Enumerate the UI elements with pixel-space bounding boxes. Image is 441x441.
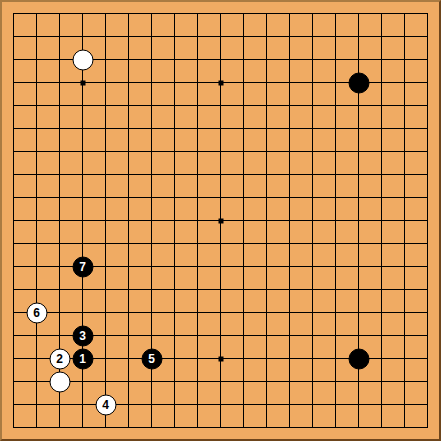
move-number-label: 5 [148, 353, 155, 365]
stone-white-D17 [72, 49, 93, 70]
move-number-label: 2 [56, 353, 63, 365]
move-number-label: 6 [33, 307, 40, 319]
stone-black-Q4 [348, 348, 369, 369]
move-number-label: 7 [79, 261, 86, 273]
move-number-label: 3 [79, 330, 86, 342]
hoshi-point [218, 80, 223, 85]
hoshi-point [80, 80, 85, 85]
stone-white-B6: 6 [26, 302, 47, 323]
stone-white-C4: 2 [49, 348, 70, 369]
stone-black-D8: 7 [72, 256, 93, 277]
stone-white-C3 [49, 371, 70, 392]
stone-black-Q16 [348, 72, 369, 93]
move-number-label: 4 [102, 399, 109, 411]
go-board: 1234567 [0, 0, 441, 441]
stone-black-D4: 1 [72, 348, 93, 369]
stone-white-E2: 4 [95, 394, 116, 415]
move-number-label: 1 [79, 353, 86, 365]
stone-black-D5: 3 [72, 325, 93, 346]
hoshi-point [218, 356, 223, 361]
hoshi-point [218, 218, 223, 223]
stone-black-G4: 5 [141, 348, 162, 369]
